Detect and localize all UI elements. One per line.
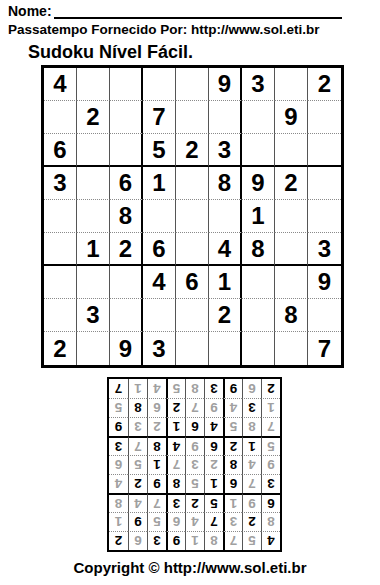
puzzle-cell-r9c8 (275, 332, 308, 365)
solution-grid: 4578193628237465916915237483761589249482… (107, 377, 282, 552)
page-title: Sudoku Nível Fácil. (28, 42, 380, 62)
solution-cell-r9c7: 4 (147, 379, 166, 398)
puzzle-cell-r7c2 (77, 266, 110, 299)
puzzle-cell-r7c5: 6 (176, 266, 209, 299)
solution-cell-r2c9: 1 (109, 512, 128, 531)
solution-cell-r3c4: 5 (204, 493, 223, 512)
puzzle-cell-r4c5 (176, 167, 209, 200)
puzzle-cell-r7c8 (275, 266, 308, 299)
solution-cell-r3c9: 8 (109, 493, 128, 512)
puzzle-cell-r1c7: 3 (242, 68, 275, 101)
puzzle-cell-r5c4 (143, 200, 176, 233)
puzzle-cell-r1c8 (275, 68, 308, 101)
solution-cell-r3c7: 7 (147, 493, 166, 512)
puzzle-cell-r7c7 (242, 266, 275, 299)
solution-cell-r8c3: 4 (223, 398, 242, 417)
solution-cell-r6c3: 2 (223, 436, 242, 455)
puzzle-cell-r3c7 (242, 134, 275, 167)
solution-cell-r2c7: 5 (147, 512, 166, 531)
puzzle-cell-r7c4: 4 (143, 266, 176, 299)
solution-cell-r6c4: 6 (204, 436, 223, 455)
puzzle-cell-r9c4: 3 (143, 332, 176, 365)
solution-cell-r8c9: 5 (109, 398, 128, 417)
solution-cell-r4c9: 4 (109, 474, 128, 493)
solution-cell-r4c4: 1 (204, 474, 223, 493)
puzzle-cell-r6c4: 6 (143, 233, 176, 266)
solution-cell-r3c8: 4 (128, 493, 147, 512)
puzzle-cell-r6c8 (275, 233, 308, 266)
puzzle-cell-r5c1 (44, 200, 77, 233)
puzzle-cell-r8c9 (308, 299, 341, 332)
solution-cell-r5c3: 8 (223, 455, 242, 474)
solution-cell-r5c9: 6 (109, 455, 128, 474)
puzzle-cell-r2c3 (110, 101, 143, 134)
puzzle-cell-r3c1: 6 (44, 134, 77, 167)
solution-cell-r5c6: 7 (166, 455, 185, 474)
solution-cell-r1c2: 5 (242, 531, 261, 550)
solution-cell-r2c1: 8 (261, 512, 280, 531)
solution-cell-r8c4: 9 (204, 398, 223, 417)
worksheet-page: Nome: Passatempo Fornecido Por: http://w… (0, 0, 380, 552)
solution-cell-r7c5: 6 (185, 417, 204, 436)
puzzle-cell-r2c6 (209, 101, 242, 134)
puzzle-cell-r7c9: 9 (308, 266, 341, 299)
solution-cell-r8c1: 1 (261, 398, 280, 417)
solution-cell-r7c1: 7 (261, 417, 280, 436)
puzzle-cell-r5c2 (77, 200, 110, 233)
solution-cell-r9c9: 7 (109, 379, 128, 398)
solution-cell-r1c6: 9 (166, 531, 185, 550)
puzzle-cell-r5c8 (275, 200, 308, 233)
puzzle-cell-r2c7 (242, 101, 275, 134)
puzzle-cell-r9c9: 7 (308, 332, 341, 365)
puzzle-cell-r7c1 (44, 266, 77, 299)
solution-cell-r2c5: 4 (185, 512, 204, 531)
name-label: Nome: (8, 4, 52, 19)
puzzle-cell-r1c2 (77, 68, 110, 101)
solution-cell-r5c7: 1 (147, 455, 166, 474)
puzzle-cell-r6c3: 2 (110, 233, 143, 266)
solution-cell-r1c3: 7 (223, 531, 242, 550)
solution-cell-r6c8: 7 (128, 436, 147, 455)
solution-cell-r8c8: 8 (128, 398, 147, 417)
solution-cell-r3c6: 3 (166, 493, 185, 512)
puzzle-cell-r3c5: 2 (176, 134, 209, 167)
solution-cell-r5c4: 2 (204, 455, 223, 474)
solution-cell-r1c1: 4 (261, 531, 280, 550)
puzzle-cell-r3c6: 3 (209, 134, 242, 167)
solution-cell-r4c2: 7 (242, 474, 261, 493)
puzzle-cell-r5c9 (308, 200, 341, 233)
solution-cell-r4c5: 5 (185, 474, 204, 493)
solution-cell-r4c6: 8 (166, 474, 185, 493)
puzzle-cell-r6c7: 8 (242, 233, 275, 266)
solution-cell-r6c5: 9 (185, 436, 204, 455)
puzzle-cell-r9c6 (209, 332, 242, 365)
solution-cell-r7c6: 1 (166, 417, 185, 436)
puzzle-cell-r8c6: 2 (209, 299, 242, 332)
solution-cell-r8c6: 2 (166, 398, 185, 417)
puzzle-cell-r8c2: 3 (77, 299, 110, 332)
puzzle-cell-r3c2 (77, 134, 110, 167)
puzzle-cell-r1c5 (176, 68, 209, 101)
puzzle-cell-r6c1 (44, 233, 77, 266)
puzzle-cell-r6c9: 3 (308, 233, 341, 266)
solution-cell-r4c3: 6 (223, 474, 242, 493)
solution-cell-r7c9: 9 (109, 417, 128, 436)
solution-cell-r3c3: 1 (223, 493, 242, 512)
puzzle-cell-r3c8 (275, 134, 308, 167)
solution-cell-r9c4: 3 (204, 379, 223, 398)
puzzle-cell-r3c4: 5 (143, 134, 176, 167)
solution-cell-r6c7: 8 (147, 436, 166, 455)
puzzle-cell-r8c4 (143, 299, 176, 332)
puzzle-cell-r2c4: 7 (143, 101, 176, 134)
puzzle-cell-r4c1: 3 (44, 167, 77, 200)
solution-cell-r9c3: 9 (223, 379, 242, 398)
solution-cell-r3c2: 9 (242, 493, 261, 512)
puzzle-cell-r6c5 (176, 233, 209, 266)
solution-cell-r4c1: 3 (261, 474, 280, 493)
solution-cell-r6c1: 5 (261, 436, 280, 455)
puzzle-cell-r4c7: 9 (242, 167, 275, 200)
solution-cell-r9c5: 8 (185, 379, 204, 398)
puzzle-cell-r4c3: 6 (110, 167, 143, 200)
puzzle-cell-r6c6: 4 (209, 233, 242, 266)
puzzle-cell-r1c9: 2 (308, 68, 341, 101)
solution-cell-r6c9: 3 (109, 436, 128, 455)
solution-cell-r5c2: 4 (242, 455, 261, 474)
solution-cell-r2c8: 9 (128, 512, 147, 531)
solution-cell-r9c6: 5 (166, 379, 185, 398)
solution-cell-r5c1: 9 (261, 455, 280, 474)
puzzle-cell-r2c2: 2 (77, 101, 110, 134)
solution-cell-r8c2: 3 (242, 398, 261, 417)
puzzle-cell-r7c3 (110, 266, 143, 299)
puzzle-cell-r1c6: 9 (209, 68, 242, 101)
solution-cell-r5c5: 3 (185, 455, 204, 474)
provider-line: Passatempo Fornecido Por: http://www.sol… (8, 22, 380, 37)
solution-cell-r2c6: 6 (166, 512, 185, 531)
solution-cell-r7c2: 8 (242, 417, 261, 436)
solution-cell-r7c3: 5 (223, 417, 242, 436)
puzzle-cell-r5c7: 1 (242, 200, 275, 233)
puzzle-cell-r4c2 (77, 167, 110, 200)
solution-cell-r2c3: 3 (223, 512, 242, 531)
solution-cell-r7c4: 4 (204, 417, 223, 436)
name-row: Nome: (8, 2, 372, 19)
puzzle-cell-r5c5 (176, 200, 209, 233)
solution-cell-r1c5: 1 (185, 531, 204, 550)
puzzle-cell-r4c9 (308, 167, 341, 200)
puzzle-cell-r1c1: 4 (44, 68, 77, 101)
puzzle-cell-r9c2 (77, 332, 110, 365)
puzzle-cell-r2c8: 9 (275, 101, 308, 134)
solution-cell-r9c8: 1 (128, 379, 147, 398)
puzzle-cell-r8c5 (176, 299, 209, 332)
puzzle-cell-r9c7 (242, 332, 275, 365)
solution-cell-r9c2: 6 (242, 379, 261, 398)
solution-cell-r6c2: 1 (242, 436, 261, 455)
solution-cell-r8c5: 7 (185, 398, 204, 417)
solution-cell-r8c7: 6 (147, 398, 166, 417)
solution-cell-r4c7: 9 (147, 474, 166, 493)
puzzle-cell-r3c9 (308, 134, 341, 167)
name-blank-line (54, 2, 342, 19)
puzzle-cell-r4c8: 2 (275, 167, 308, 200)
puzzle-cell-r8c8: 8 (275, 299, 308, 332)
puzzle-grid: 493227965233618928112648346193282937 (41, 65, 344, 368)
solution-cell-r5c8: 5 (128, 455, 147, 474)
puzzle-cell-r6c2: 1 (77, 233, 110, 266)
puzzle-cell-r1c3 (110, 68, 143, 101)
puzzle-cell-r9c1: 2 (44, 332, 77, 365)
puzzle-cell-r8c3 (110, 299, 143, 332)
puzzle-cell-r4c4: 1 (143, 167, 176, 200)
puzzle-cell-r2c5 (176, 101, 209, 134)
solution-cell-r1c8: 6 (128, 531, 147, 550)
puzzle-cell-r5c3: 8 (110, 200, 143, 233)
puzzle-cell-r8c1 (44, 299, 77, 332)
solution-cell-r1c4: 8 (204, 531, 223, 550)
solution-cell-r1c9: 2 (109, 531, 128, 550)
puzzle-cell-r7c6: 1 (209, 266, 242, 299)
solution-cell-r7c8: 3 (128, 417, 147, 436)
puzzle-cell-r2c9 (308, 101, 341, 134)
copyright-line: Copyright © http://www.sol.eti.br (0, 559, 380, 576)
solution-cell-r1c7: 3 (147, 531, 166, 550)
solution-cell-r3c5: 2 (185, 493, 204, 512)
solution-cell-r4c8: 2 (128, 474, 147, 493)
puzzle-cell-r3c3 (110, 134, 143, 167)
solution-cell-r6c6: 4 (166, 436, 185, 455)
solution-cell-r2c2: 2 (242, 512, 261, 531)
solution-cell-r2c4: 7 (204, 512, 223, 531)
puzzle-cell-r2c1 (44, 101, 77, 134)
puzzle-cell-r1c4 (143, 68, 176, 101)
solution-cell-r7c7: 2 (147, 417, 166, 436)
puzzle-cell-r5c6 (209, 200, 242, 233)
puzzle-cell-r8c7 (242, 299, 275, 332)
solution-cell-r3c1: 6 (261, 493, 280, 512)
puzzle-cell-r9c5 (176, 332, 209, 365)
puzzle-cell-r4c6: 8 (209, 167, 242, 200)
solution-cell-r9c1: 2 (261, 379, 280, 398)
puzzle-cell-r9c3: 9 (110, 332, 143, 365)
